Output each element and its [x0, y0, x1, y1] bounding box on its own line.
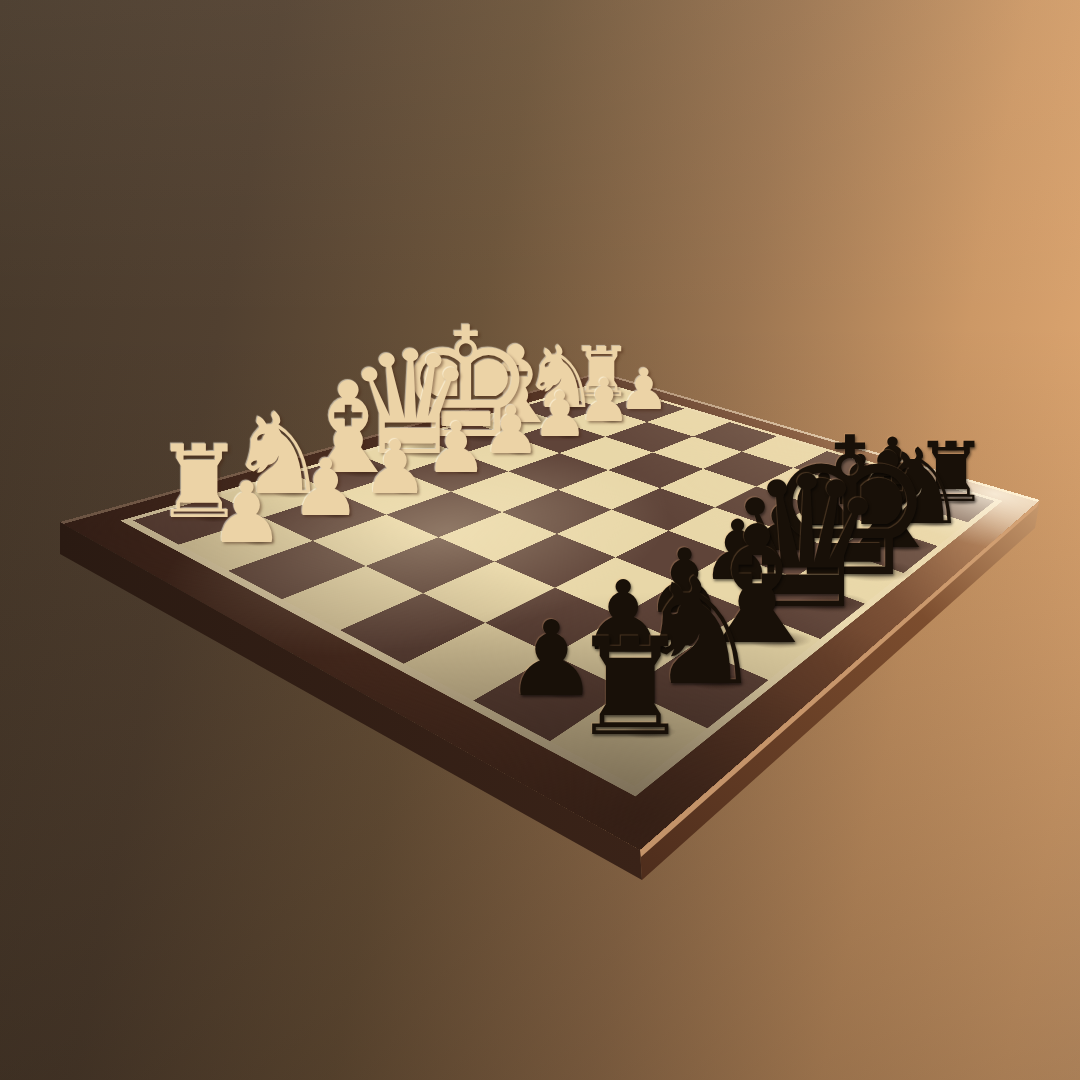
board-grid [120, 382, 1002, 797]
chess-3d-scene[interactable]: 3D rendered wooden chess board floating … [0, 0, 1080, 1080]
chess-board [60, 372, 1040, 850]
